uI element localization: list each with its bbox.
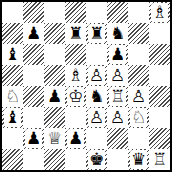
square-g8[interactable] (128, 2, 149, 23)
square-b1[interactable] (23, 149, 44, 170)
piece-black-knight: ♞ (88, 87, 105, 106)
piece-black-pawn: ♟ (67, 129, 84, 148)
piece-black-bishop: ♝ (4, 45, 21, 64)
square-e3[interactable]: ♙ (86, 107, 107, 128)
square-f2[interactable] (107, 128, 128, 149)
piece-white-bishop: ♗ (151, 3, 168, 22)
piece-white-pawn: ♙ (109, 108, 126, 127)
piece-white-pawn: ♙ (109, 66, 126, 85)
piece-black-bishop: ♝ (4, 108, 21, 127)
square-c5[interactable] (44, 65, 65, 86)
square-d7[interactable]: ♜ (65, 23, 86, 44)
square-f7[interactable]: ♞ (107, 23, 128, 44)
square-g2[interactable] (128, 128, 149, 149)
square-a7[interactable] (2, 23, 23, 44)
square-b5[interactable] (23, 65, 44, 86)
square-e2[interactable] (86, 128, 107, 149)
square-e1[interactable]: ♚ (86, 149, 107, 170)
square-b3[interactable] (23, 107, 44, 128)
piece-black-rook: ♜ (67, 24, 84, 43)
piece-black-king: ♚ (88, 150, 105, 169)
piece-white-pawn: ♙ (130, 87, 147, 106)
piece-black-queen: ♛ (130, 150, 147, 169)
square-d3[interactable] (65, 107, 86, 128)
square-d1[interactable] (65, 149, 86, 170)
piece-white-rook: ♖ (151, 150, 168, 169)
square-f5[interactable]: ♙ (107, 65, 128, 86)
square-c3[interactable] (44, 107, 65, 128)
piece-white-queen: ♕ (46, 129, 63, 148)
square-c7[interactable] (44, 23, 65, 44)
square-h1[interactable]: ♖ (149, 149, 170, 170)
square-d2[interactable]: ♟ (65, 128, 86, 149)
piece-black-rook: ♜ (88, 24, 105, 43)
square-g1[interactable]: ♛ (128, 149, 149, 170)
square-c4[interactable]: ♟ (44, 86, 65, 107)
square-e7[interactable]: ♜ (86, 23, 107, 44)
square-e8[interactable] (86, 2, 107, 23)
square-a5[interactable] (2, 65, 23, 86)
chess-board: ♗♟♜♜♞♝♟♗♙♙♘♟♔♞♖♙♝♙♙♘♟♕♟♚♛♖ (0, 0, 172, 172)
square-e4[interactable]: ♞ (86, 86, 107, 107)
square-b4[interactable] (23, 86, 44, 107)
square-e6[interactable] (86, 44, 107, 65)
square-g3[interactable]: ♘ (128, 107, 149, 128)
square-e5[interactable]: ♙ (86, 65, 107, 86)
square-d4[interactable]: ♔ (65, 86, 86, 107)
square-h8[interactable]: ♗ (149, 2, 170, 23)
square-f3[interactable]: ♙ (107, 107, 128, 128)
square-a8[interactable] (2, 2, 23, 23)
piece-black-pawn: ♟ (46, 87, 63, 106)
piece-white-pawn: ♙ (88, 108, 105, 127)
square-c6[interactable] (44, 44, 65, 65)
piece-black-pawn: ♟ (109, 45, 126, 64)
piece-black-knight: ♞ (109, 24, 126, 43)
square-h3[interactable] (149, 107, 170, 128)
square-d8[interactable] (65, 2, 86, 23)
square-a3[interactable]: ♝ (2, 107, 23, 128)
square-f8[interactable] (107, 2, 128, 23)
square-f6[interactable]: ♟ (107, 44, 128, 65)
square-g6[interactable] (128, 44, 149, 65)
square-h4[interactable] (149, 86, 170, 107)
square-c2[interactable]: ♕ (44, 128, 65, 149)
piece-black-pawn: ♟ (25, 129, 42, 148)
piece-white-king: ♔ (67, 87, 84, 106)
piece-white-rook: ♖ (109, 87, 126, 106)
square-h5[interactable] (149, 65, 170, 86)
square-b8[interactable] (23, 2, 44, 23)
piece-white-knight: ♘ (4, 87, 21, 106)
square-c8[interactable] (44, 2, 65, 23)
square-d6[interactable] (65, 44, 86, 65)
square-b7[interactable]: ♟ (23, 23, 44, 44)
piece-white-knight: ♘ (130, 108, 147, 127)
square-h2[interactable] (149, 128, 170, 149)
square-f4[interactable]: ♖ (107, 86, 128, 107)
square-a6[interactable]: ♝ (2, 44, 23, 65)
square-h7[interactable] (149, 23, 170, 44)
square-h6[interactable] (149, 44, 170, 65)
piece-white-bishop: ♗ (67, 66, 84, 85)
square-g5[interactable] (128, 65, 149, 86)
square-a2[interactable] (2, 128, 23, 149)
square-b2[interactable]: ♟ (23, 128, 44, 149)
square-b6[interactable] (23, 44, 44, 65)
square-a1[interactable] (2, 149, 23, 170)
piece-black-pawn: ♟ (25, 24, 42, 43)
square-a4[interactable]: ♘ (2, 86, 23, 107)
square-g7[interactable] (128, 23, 149, 44)
square-d5[interactable]: ♗ (65, 65, 86, 86)
piece-white-pawn: ♙ (88, 66, 105, 85)
square-c1[interactable] (44, 149, 65, 170)
square-g4[interactable]: ♙ (128, 86, 149, 107)
square-f1[interactable] (107, 149, 128, 170)
